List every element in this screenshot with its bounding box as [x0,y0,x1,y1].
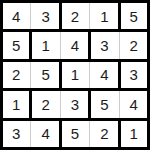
cell-r2c4[interactable]: 3 [91,32,117,58]
cell-r1c3[interactable]: 2 [62,3,88,29]
cell-digit: 4 [130,97,138,112]
cell-digit: 1 [71,67,79,82]
cell-digit: 4 [100,67,108,82]
cell-digit: 3 [12,126,20,141]
cell-r4c4[interactable]: 5 [91,91,117,117]
cell-digit: 1 [12,97,20,112]
cell-digit: 1 [130,126,138,141]
cell-digit: 3 [100,38,108,53]
cell-digit: 4 [71,38,79,53]
cell-r3c1[interactable]: 2 [3,62,29,88]
cell-r3c2[interactable]: 5 [32,62,58,88]
cell-r3c3[interactable]: 1 [62,62,88,88]
cell-r2c3[interactable]: 4 [62,32,88,58]
cell-r5c5[interactable]: 1 [121,121,147,147]
cell-digit: 2 [12,67,20,82]
cell-digit: 5 [130,9,138,24]
cell-digit: 2 [130,38,138,53]
cell-r5c2[interactable]: 4 [32,121,58,147]
cell-r2c1[interactable]: 5 [3,32,29,58]
cell-r5c1[interactable]: 3 [3,121,29,147]
cell-r1c4[interactable]: 1 [91,3,117,29]
cell-digit: 2 [41,97,49,112]
cell-r2c2[interactable]: 1 [32,32,58,58]
cell-r4c3[interactable]: 3 [62,91,88,117]
cell-digit: 3 [71,97,79,112]
cell-digit: 4 [12,9,20,24]
cell-r4c1[interactable]: 1 [3,91,29,117]
cell-r4c2[interactable]: 2 [32,91,58,117]
puzzle-board: 4321551432251431235434521 [0,0,150,150]
cell-digit: 3 [130,67,138,82]
cell-digit: 3 [41,9,49,24]
cell-digit: 5 [12,38,20,53]
cell-digit: 2 [71,9,79,24]
cell-r2c5[interactable]: 2 [121,32,147,58]
cell-r1c5[interactable]: 5 [121,3,147,29]
cell-digit: 5 [71,126,79,141]
cell-digit: 1 [41,38,49,53]
cell-digit: 1 [100,9,108,24]
cell-r5c4[interactable]: 2 [91,121,117,147]
cell-r1c2[interactable]: 3 [32,3,58,29]
cell-r3c5[interactable]: 3 [121,62,147,88]
cell-r4c5[interactable]: 4 [121,91,147,117]
cell-r5c3[interactable]: 5 [62,121,88,147]
cell-r3c4[interactable]: 4 [91,62,117,88]
cell-digit: 5 [100,97,108,112]
cell-digit: 2 [100,126,108,141]
cell-r1c1[interactable]: 4 [3,3,29,29]
cell-digit: 5 [41,67,49,82]
cell-digit: 4 [41,126,49,141]
